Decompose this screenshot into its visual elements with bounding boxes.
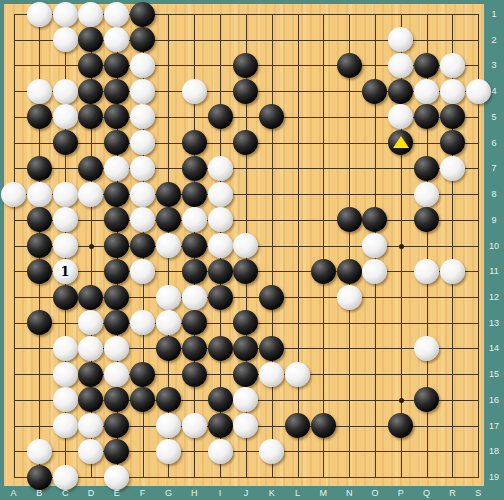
- white-stone[interactable]: [156, 413, 181, 438]
- column-label: C: [62, 489, 69, 498]
- column-label: G: [165, 489, 172, 498]
- black-stone[interactable]: [104, 259, 129, 284]
- white-stone[interactable]: [182, 79, 207, 104]
- white-stone[interactable]: [53, 104, 78, 129]
- row-label: 16: [486, 395, 502, 404]
- white-stone[interactable]: [208, 182, 233, 207]
- column-label: I: [219, 489, 222, 498]
- row-label: 14: [486, 344, 502, 353]
- black-stone[interactable]: [414, 156, 439, 181]
- go-board[interactable]: 1ABCDEFGHIJKLMNOPQRS12345678910111213141…: [0, 0, 504, 500]
- row-label: 6: [486, 138, 502, 147]
- white-stone[interactable]: [182, 207, 207, 232]
- grid-line-vertical: [349, 14, 350, 478]
- white-stone[interactable]: [337, 285, 362, 310]
- black-stone[interactable]: [156, 182, 181, 207]
- black-stone[interactable]: [182, 310, 207, 335]
- row-label: 3: [486, 61, 502, 70]
- black-stone[interactable]: [182, 259, 207, 284]
- white-stone[interactable]: [414, 182, 439, 207]
- white-stone[interactable]: [104, 465, 129, 490]
- white-stone[interactable]: [53, 182, 78, 207]
- black-stone[interactable]: [259, 336, 284, 361]
- white-stone[interactable]: [130, 182, 155, 207]
- grid-line-vertical: [272, 14, 273, 478]
- row-label: 12: [486, 293, 502, 302]
- black-stone[interactable]: [337, 259, 362, 284]
- white-stone[interactable]: [440, 259, 465, 284]
- row-label: 15: [486, 370, 502, 379]
- column-label: L: [295, 489, 300, 498]
- row-label: 1: [486, 10, 502, 19]
- column-label: P: [398, 489, 404, 498]
- row-label: 7: [486, 164, 502, 173]
- white-stone[interactable]: [27, 439, 52, 464]
- white-stone[interactable]: [27, 79, 52, 104]
- column-label: E: [114, 489, 120, 498]
- row-label: 2: [486, 35, 502, 44]
- column-label: O: [371, 489, 378, 498]
- white-stone[interactable]: [53, 2, 78, 27]
- row-label: 18: [486, 447, 502, 456]
- row-label: 11: [486, 267, 502, 276]
- column-label: S: [475, 489, 481, 498]
- white-stone[interactable]: [27, 182, 52, 207]
- white-stone[interactable]: [182, 285, 207, 310]
- white-stone[interactable]: [53, 207, 78, 232]
- white-stone[interactable]: [156, 285, 181, 310]
- column-label: K: [269, 489, 275, 498]
- white-stone[interactable]: [53, 387, 78, 412]
- white-stone[interactable]: [208, 233, 233, 258]
- black-stone[interactable]: [208, 413, 233, 438]
- white-stone[interactable]: [440, 53, 465, 78]
- black-stone[interactable]: [27, 465, 52, 490]
- black-stone[interactable]: [27, 207, 52, 232]
- white-stone[interactable]: [414, 336, 439, 361]
- white-stone[interactable]: [130, 53, 155, 78]
- black-stone[interactable]: [27, 233, 52, 258]
- black-stone[interactable]: [208, 387, 233, 412]
- white-stone[interactable]: [130, 156, 155, 181]
- black-stone[interactable]: [182, 233, 207, 258]
- column-label: J: [244, 489, 249, 498]
- row-label: 9: [486, 215, 502, 224]
- white-stone[interactable]: [53, 413, 78, 438]
- black-stone[interactable]: [53, 130, 78, 155]
- white-stone[interactable]: [259, 439, 284, 464]
- black-stone[interactable]: [78, 79, 103, 104]
- white-stone[interactable]: [78, 2, 103, 27]
- white-stone[interactable]: [53, 336, 78, 361]
- white-stone[interactable]: [156, 310, 181, 335]
- black-stone[interactable]: [208, 104, 233, 129]
- black-stone[interactable]: [182, 362, 207, 387]
- black-stone[interactable]: [104, 439, 129, 464]
- black-stone[interactable]: [208, 336, 233, 361]
- column-label: M: [320, 489, 328, 498]
- black-stone[interactable]: [156, 336, 181, 361]
- grid-line-horizontal: [14, 477, 480, 478]
- black-stone[interactable]: [104, 79, 129, 104]
- white-stone[interactable]: [285, 362, 310, 387]
- black-stone[interactable]: [440, 130, 465, 155]
- black-stone[interactable]: [208, 285, 233, 310]
- black-stone[interactable]: [259, 285, 284, 310]
- grid-line-vertical: [298, 14, 299, 478]
- white-stone[interactable]: [440, 79, 465, 104]
- row-label: 4: [486, 87, 502, 96]
- black-stone[interactable]: [388, 79, 413, 104]
- row-label: 10: [486, 241, 502, 250]
- white-stone[interactable]: [156, 439, 181, 464]
- white-stone[interactable]: [414, 79, 439, 104]
- column-label: A: [10, 489, 16, 498]
- black-stone[interactable]: [311, 259, 336, 284]
- row-label: 19: [486, 473, 502, 482]
- white-stone[interactable]: [27, 2, 52, 27]
- column-label: Q: [423, 489, 430, 498]
- row-label: 13: [486, 318, 502, 327]
- white-stone[interactable]: [182, 413, 207, 438]
- black-stone[interactable]: [337, 53, 362, 78]
- white-stone[interactable]: [156, 233, 181, 258]
- grid-line-vertical: [323, 14, 324, 478]
- column-label: F: [140, 489, 146, 498]
- row-label: 8: [486, 190, 502, 199]
- white-stone[interactable]: [53, 233, 78, 258]
- white-stone[interactable]: [259, 362, 284, 387]
- hoshi-point: [399, 244, 404, 249]
- black-stone[interactable]: [130, 362, 155, 387]
- white-stone[interactable]: [53, 27, 78, 52]
- black-stone[interactable]: [27, 156, 52, 181]
- black-stone[interactable]: [182, 336, 207, 361]
- black-stone[interactable]: [337, 207, 362, 232]
- white-stone[interactable]: [208, 439, 233, 464]
- hoshi-point: [399, 398, 404, 403]
- white-stone[interactable]: [104, 156, 129, 181]
- black-stone[interactable]: [27, 310, 52, 335]
- move-number-label: 1: [53, 259, 78, 284]
- white-stone[interactable]: [53, 465, 78, 490]
- black-stone[interactable]: [182, 156, 207, 181]
- white-stone[interactable]: [53, 362, 78, 387]
- column-label: H: [191, 489, 198, 498]
- black-stone[interactable]: [414, 53, 439, 78]
- black-stone[interactable]: [233, 362, 258, 387]
- white-stone[interactable]: [414, 259, 439, 284]
- go-diagram-window: 1ABCDEFGHIJKLMNOPQRS12345678910111213141…: [0, 0, 504, 500]
- black-stone[interactable]: [182, 182, 207, 207]
- white-stone[interactable]: [130, 259, 155, 284]
- white-stone[interactable]: [440, 156, 465, 181]
- triangle-marker: [393, 136, 409, 148]
- black-stone[interactable]: [208, 259, 233, 284]
- column-label: D: [88, 489, 95, 498]
- row-label: 5: [486, 112, 502, 121]
- black-stone[interactable]: [130, 2, 155, 27]
- row-label: 17: [486, 421, 502, 430]
- white-stone[interactable]: [208, 156, 233, 181]
- black-stone[interactable]: [78, 285, 103, 310]
- black-stone[interactable]: [311, 413, 336, 438]
- black-stone[interactable]: [130, 233, 155, 258]
- hoshi-point: [89, 244, 94, 249]
- column-label: R: [449, 489, 456, 498]
- black-stone[interactable]: [182, 130, 207, 155]
- white-stone[interactable]: [78, 182, 103, 207]
- white-stone[interactable]: [208, 207, 233, 232]
- white-stone[interactable]: [130, 79, 155, 104]
- black-stone[interactable]: [27, 259, 52, 284]
- white-stone[interactable]: [1, 182, 26, 207]
- white-stone[interactable]: [104, 2, 129, 27]
- column-label: B: [36, 489, 42, 498]
- black-stone[interactable]: [53, 285, 78, 310]
- black-stone[interactable]: [362, 79, 387, 104]
- black-stone[interactable]: [233, 79, 258, 104]
- black-stone[interactable]: [104, 182, 129, 207]
- white-stone[interactable]: [104, 362, 129, 387]
- column-label: N: [346, 489, 353, 498]
- black-stone[interactable]: [104, 285, 129, 310]
- white-stone[interactable]: [53, 79, 78, 104]
